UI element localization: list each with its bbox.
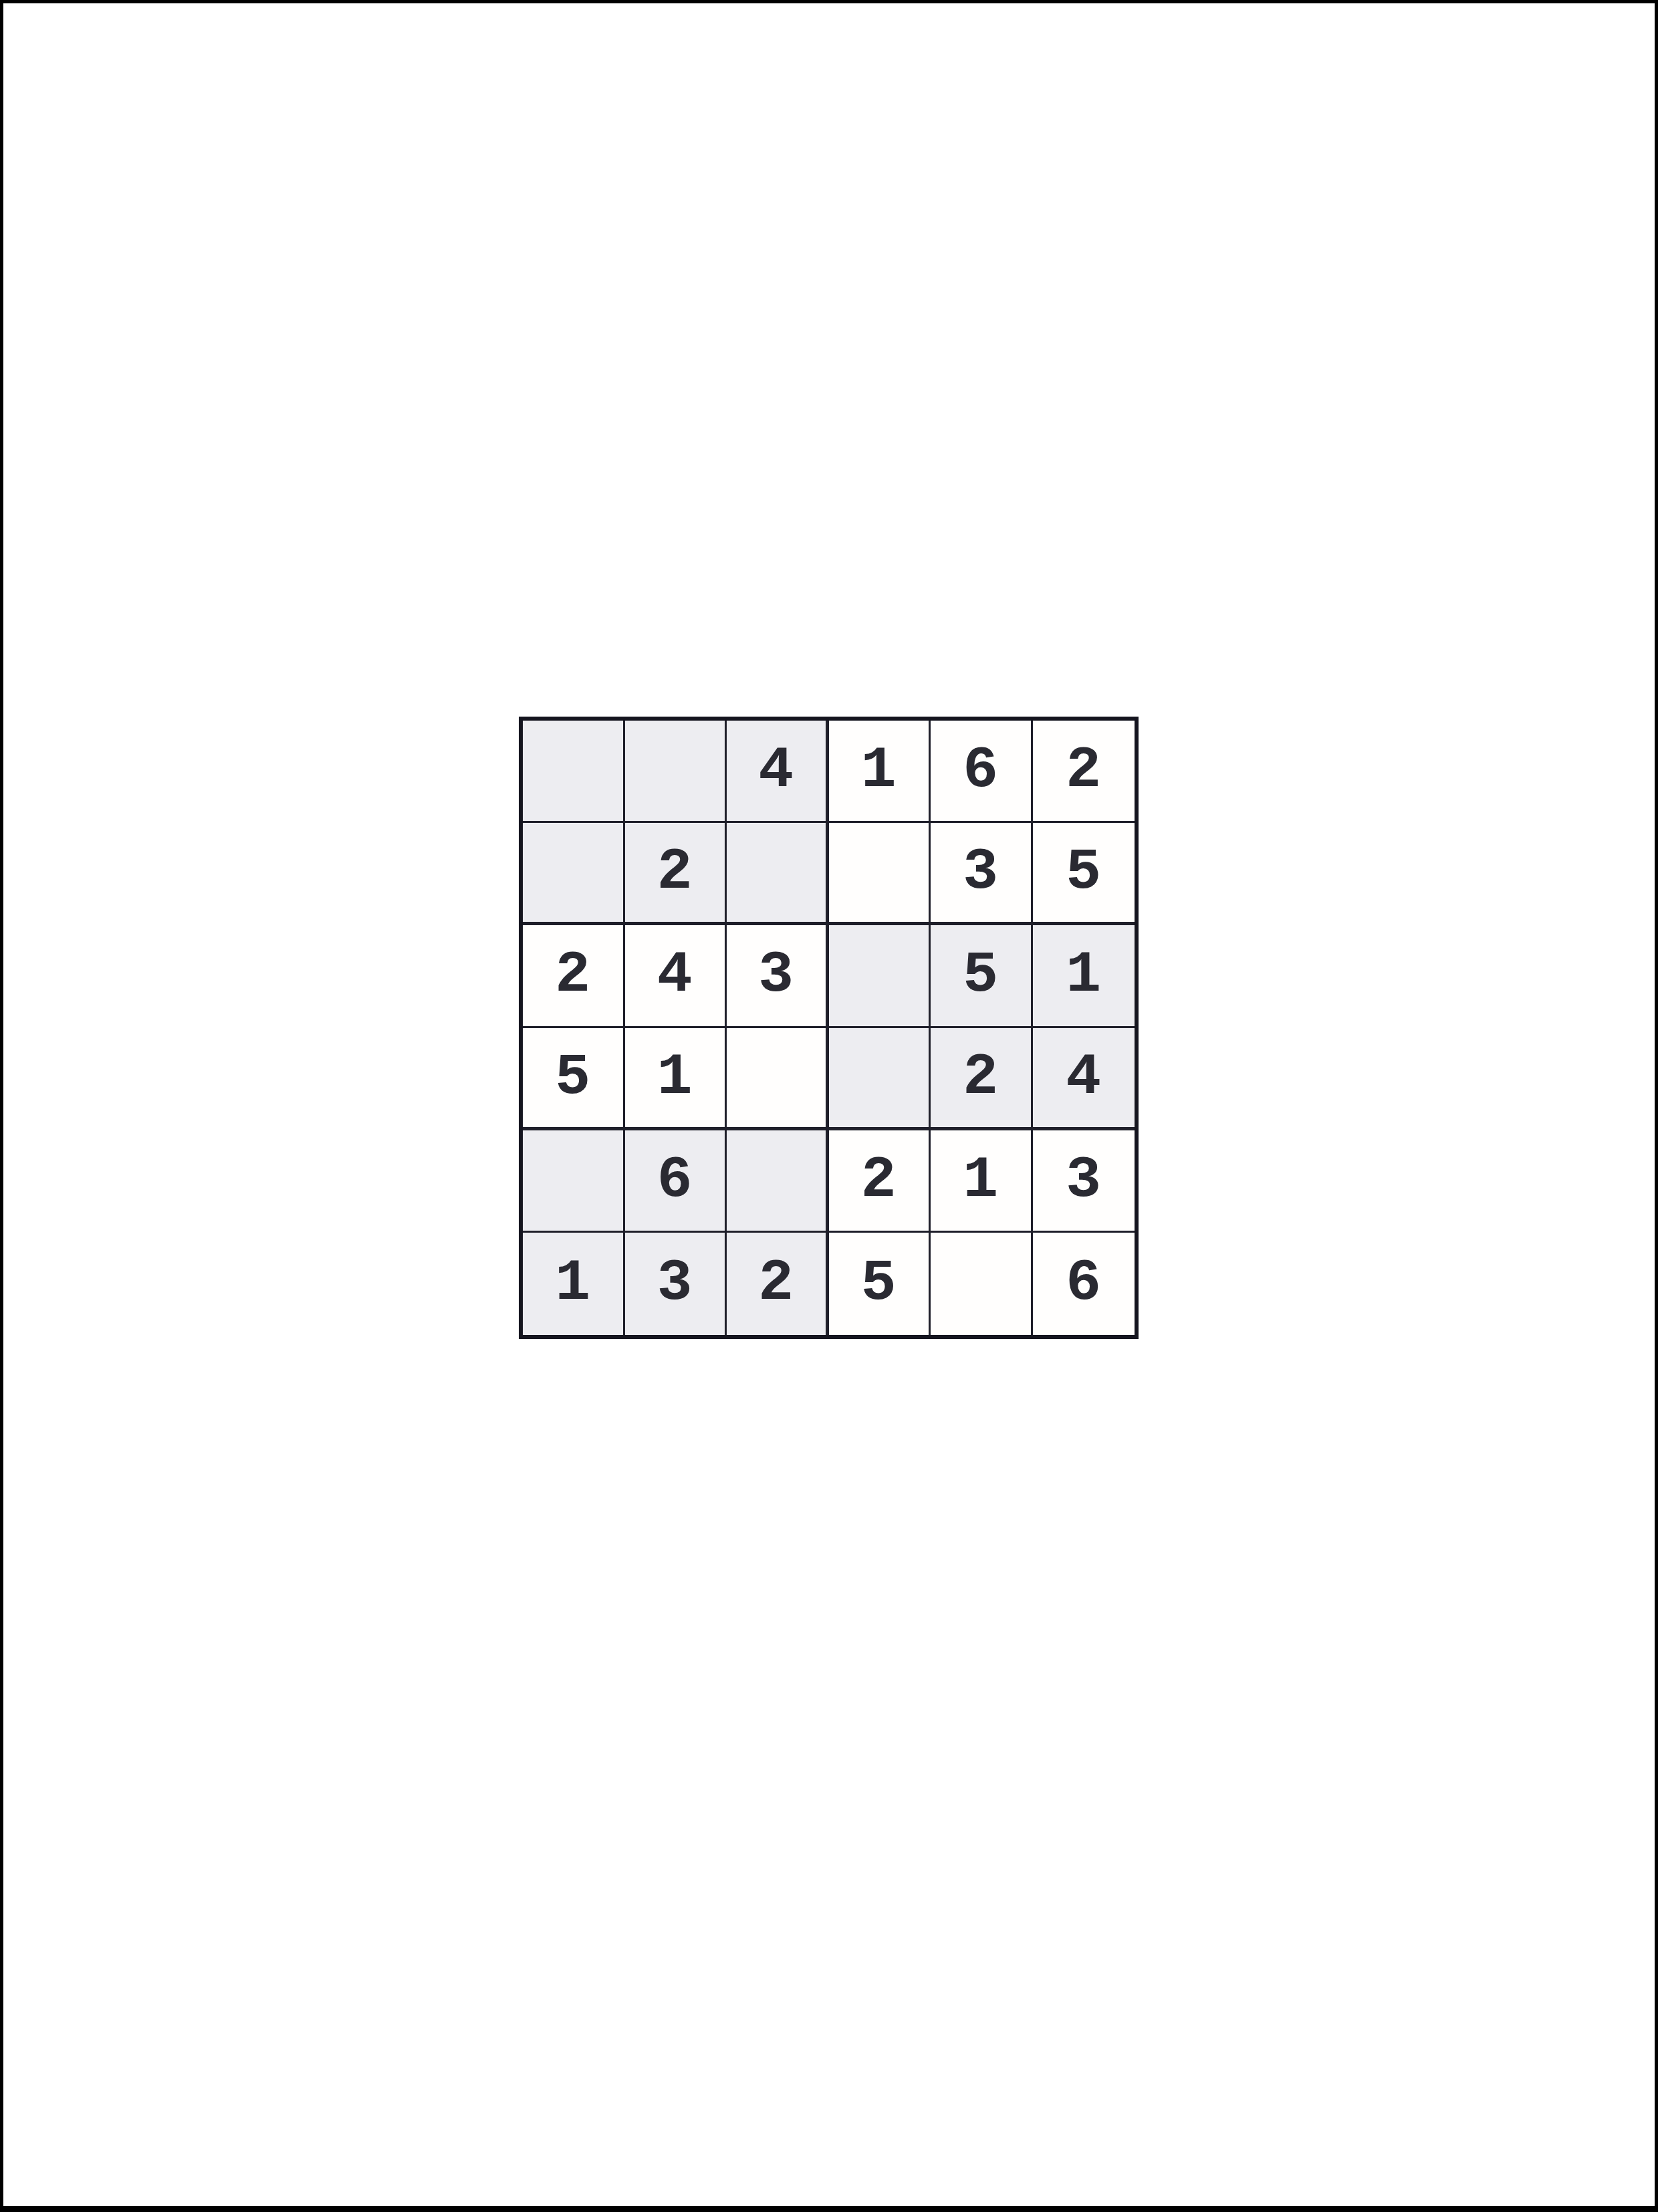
cell-r1c1-empty[interactable] xyxy=(523,721,625,823)
cell-r3c3-given-3: 3 xyxy=(727,925,829,1027)
sudoku-board: 4162235243515124621313256 xyxy=(519,717,1139,1339)
cell-r1c6-given-2: 2 xyxy=(1033,721,1135,823)
cell-r4c5-given-2: 2 xyxy=(931,1028,1033,1130)
cell-r1c5-given-6: 6 xyxy=(931,721,1033,823)
cell-r4c2-given-1: 1 xyxy=(625,1028,727,1130)
cell-r2c4-empty[interactable] xyxy=(829,823,931,925)
cell-r3c6-given-1: 1 xyxy=(1033,925,1135,1027)
cell-r2c3-empty[interactable] xyxy=(727,823,829,925)
cell-r3c1-given-2: 2 xyxy=(523,925,625,1027)
cell-r5c6-given-3: 3 xyxy=(1033,1130,1135,1233)
cell-r4c6-given-4: 4 xyxy=(1033,1028,1135,1130)
cell-r4c3-empty[interactable] xyxy=(727,1028,829,1130)
cell-r5c5-given-1: 1 xyxy=(931,1130,1033,1233)
cell-r5c2-given-6: 6 xyxy=(625,1130,727,1233)
worksheet-page: 4162235243515124621313256 xyxy=(3,3,1655,2206)
cell-r3c5-given-5: 5 xyxy=(931,925,1033,1027)
cell-r4c4-empty[interactable] xyxy=(829,1028,931,1130)
cell-r3c4-empty[interactable] xyxy=(829,925,931,1027)
cell-r2c6-given-5: 5 xyxy=(1033,823,1135,925)
cell-r6c6-given-6: 6 xyxy=(1033,1233,1135,1335)
cell-r6c2-given-3: 3 xyxy=(625,1233,727,1335)
cell-r1c2-empty[interactable] xyxy=(625,721,727,823)
cell-r2c1-empty[interactable] xyxy=(523,823,625,925)
cell-r6c5-empty[interactable] xyxy=(931,1233,1033,1335)
cell-r2c5-given-3: 3 xyxy=(931,823,1033,925)
cell-r1c4-given-1: 1 xyxy=(829,721,931,823)
cell-r5c4-given-2: 2 xyxy=(829,1130,931,1233)
cell-r3c2-given-4: 4 xyxy=(625,925,727,1027)
cell-r5c3-empty[interactable] xyxy=(727,1130,829,1233)
cell-r2c2-given-2: 2 xyxy=(625,823,727,925)
cell-r1c3-given-4: 4 xyxy=(727,721,829,823)
cell-r5c1-empty[interactable] xyxy=(523,1130,625,1233)
cell-r6c1-given-1: 1 xyxy=(523,1233,625,1335)
cell-r6c3-given-2: 2 xyxy=(727,1233,829,1335)
cell-r4c1-given-5: 5 xyxy=(523,1028,625,1130)
cell-r6c4-given-5: 5 xyxy=(829,1233,931,1335)
